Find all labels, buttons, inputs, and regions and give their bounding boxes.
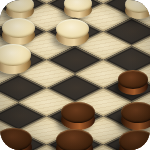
checkers-app-icon: ⛀⛀⛀⛀⛀⛀⛂⛂⛂⛂⛂⛂ xyxy=(0,0,150,150)
pieces-layer: ⛀⛀⛀⛀⛀⛀⛂⛂⛂⛂⛂⛂ xyxy=(0,0,150,150)
checker-piece-dark[interactable]: ⛂ xyxy=(119,130,151,151)
checker-piece-light[interactable]: ⛀ xyxy=(2,18,35,45)
checker-piece-dark[interactable]: ⛂ xyxy=(56,129,93,151)
checker-piece-dark[interactable]: ⛂ xyxy=(118,70,148,95)
checker-piece-light[interactable]: ⛀ xyxy=(6,0,34,19)
checker-piece-light[interactable]: ⛀ xyxy=(56,19,89,46)
app-icon-stage: ⛀⛀⛀⛀⛀⛀⛂⛂⛂⛂⛂⛂ xyxy=(0,0,150,150)
checker-piece-light[interactable]: ⛀ xyxy=(64,0,92,18)
checker-piece-dark[interactable]: ⛂ xyxy=(121,102,150,130)
checker-piece-dark[interactable]: ⛂ xyxy=(0,128,32,151)
checker-piece-dark[interactable]: ⛂ xyxy=(61,102,95,130)
checker-piece-light[interactable]: ⛀ xyxy=(0,44,31,74)
checker-piece-light[interactable]: ⛀ xyxy=(125,0,150,19)
